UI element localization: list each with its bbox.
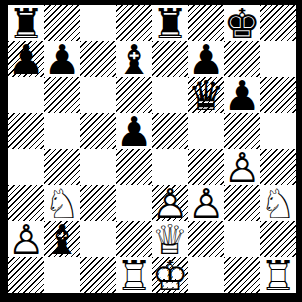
chess-board: ♜♜♚♟♟♝♟♛♟♟♟♙♞♘♟♙♟♙♞♘♟♙♝♛♕♜♖♚♔♜♖ xyxy=(8,5,296,293)
square-d1[interactable]: ♜♖ xyxy=(116,257,152,293)
black-king[interactable]: ♚ xyxy=(224,6,260,42)
square-a2[interactable]: ♟♙ xyxy=(8,221,44,257)
piece-glyph-outline: ♖ xyxy=(260,258,296,294)
square-h8[interactable] xyxy=(260,5,296,41)
square-h5[interactable] xyxy=(260,113,296,149)
black-pawn[interactable]: ♟ xyxy=(44,42,80,78)
square-a1[interactable] xyxy=(8,257,44,293)
square-b5[interactable] xyxy=(44,113,80,149)
piece-glyph-outline: ♙ xyxy=(188,186,224,222)
square-c2[interactable] xyxy=(80,221,116,257)
square-c1[interactable] xyxy=(80,257,116,293)
square-g2[interactable] xyxy=(224,221,260,257)
square-d3[interactable] xyxy=(116,185,152,221)
white-pawn[interactable]: ♟♙ xyxy=(8,222,44,258)
square-e8[interactable]: ♜ xyxy=(152,5,188,41)
square-c5[interactable] xyxy=(80,113,116,149)
white-pawn[interactable]: ♟♙ xyxy=(224,150,260,186)
square-f3[interactable]: ♟♙ xyxy=(188,185,224,221)
white-pawn[interactable]: ♟♙ xyxy=(188,186,224,222)
black-rook[interactable]: ♜ xyxy=(152,6,188,42)
square-b7[interactable]: ♟ xyxy=(44,41,80,77)
square-g3[interactable] xyxy=(224,185,260,221)
square-b6[interactable] xyxy=(44,77,80,113)
square-c6[interactable] xyxy=(80,77,116,113)
square-g8[interactable]: ♚ xyxy=(224,5,260,41)
square-f2[interactable] xyxy=(188,221,224,257)
square-d4[interactable] xyxy=(116,149,152,185)
square-a6[interactable] xyxy=(8,77,44,113)
piece-glyph-outline: ♔ xyxy=(152,258,188,294)
square-d5[interactable]: ♟ xyxy=(116,113,152,149)
square-f6[interactable]: ♛ xyxy=(188,77,224,113)
square-a5[interactable] xyxy=(8,113,44,149)
square-e1[interactable]: ♚♔ xyxy=(152,257,188,293)
square-h1[interactable]: ♜♖ xyxy=(260,257,296,293)
square-e7[interactable] xyxy=(152,41,188,77)
black-queen[interactable]: ♛ xyxy=(188,78,224,114)
square-b1[interactable] xyxy=(44,257,80,293)
white-rook[interactable]: ♜♖ xyxy=(260,258,296,294)
black-pawn[interactable]: ♟ xyxy=(116,114,152,150)
square-g4[interactable]: ♟♙ xyxy=(224,149,260,185)
black-pawn[interactable]: ♟ xyxy=(8,42,44,78)
square-h7[interactable] xyxy=(260,41,296,77)
black-bishop[interactable]: ♝ xyxy=(44,222,80,258)
piece-glyph-outline: ♖ xyxy=(116,258,152,294)
square-d7[interactable]: ♝ xyxy=(116,41,152,77)
square-c4[interactable] xyxy=(80,149,116,185)
square-f5[interactable] xyxy=(188,113,224,149)
square-g1[interactable] xyxy=(224,257,260,293)
diagram-frame: ♜♜♚♟♟♝♟♛♟♟♟♙♞♘♟♙♟♙♞♘♟♙♝♛♕♜♖♚♔♜♖ xyxy=(0,0,302,302)
square-h3[interactable]: ♞♘ xyxy=(260,185,296,221)
black-pawn[interactable]: ♟ xyxy=(224,78,260,114)
square-a7[interactable]: ♟ xyxy=(8,41,44,77)
piece-glyph-outline: ♘ xyxy=(260,186,296,222)
square-c3[interactable] xyxy=(80,185,116,221)
square-c7[interactable] xyxy=(80,41,116,77)
white-king[interactable]: ♚♔ xyxy=(152,258,188,294)
square-c8[interactable] xyxy=(80,5,116,41)
square-e5[interactable] xyxy=(152,113,188,149)
piece-glyph-outline: ♙ xyxy=(224,150,260,186)
square-g6[interactable]: ♟ xyxy=(224,77,260,113)
white-rook[interactable]: ♜♖ xyxy=(116,258,152,294)
square-h6[interactable] xyxy=(260,77,296,113)
square-e6[interactable] xyxy=(152,77,188,113)
piece-glyph-outline: ♙ xyxy=(8,222,44,258)
square-a4[interactable] xyxy=(8,149,44,185)
square-f1[interactable] xyxy=(188,257,224,293)
black-bishop[interactable]: ♝ xyxy=(116,42,152,78)
white-knight[interactable]: ♞♘ xyxy=(260,186,296,222)
square-b2[interactable]: ♝ xyxy=(44,221,80,257)
